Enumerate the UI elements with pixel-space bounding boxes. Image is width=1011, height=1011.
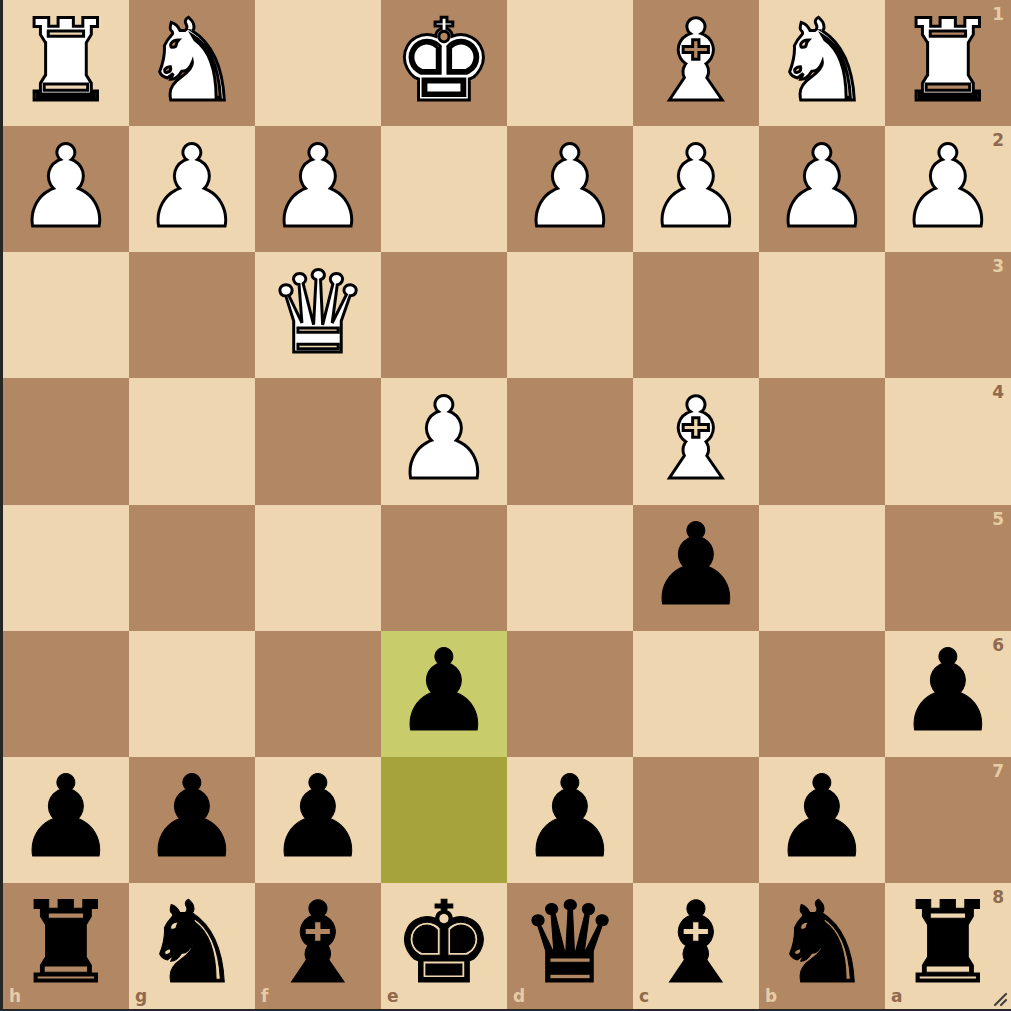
piece-black-pawn[interactable]: ♟ [393, 635, 494, 748]
rank-coordinate-4: 4 [992, 382, 1004, 402]
piece-white-knight[interactable]: ♞ [141, 5, 242, 118]
piece-white-pawn[interactable]: ♟ [15, 131, 116, 244]
piece-black-knight[interactable]: ♞ [771, 887, 872, 1000]
square-a3[interactable]: 3 [885, 252, 1011, 378]
piece-black-pawn[interactable]: ♟ [519, 761, 620, 874]
square-e3[interactable] [381, 252, 507, 378]
piece-white-pawn[interactable]: ♟ [645, 131, 746, 244]
square-a6[interactable]: ♟6 [885, 631, 1011, 757]
square-h7[interactable]: ♟ [3, 757, 129, 883]
square-c4[interactable]: ♝ [633, 378, 759, 504]
square-b1[interactable]: ♞ [759, 0, 885, 126]
piece-white-pawn[interactable]: ♟ [519, 131, 620, 244]
square-b2[interactable]: ♟ [759, 126, 885, 252]
square-d3[interactable] [507, 252, 633, 378]
square-e4[interactable]: ♟ [381, 378, 507, 504]
square-a1[interactable]: ♜1 [885, 0, 1011, 126]
square-h3[interactable] [3, 252, 129, 378]
square-c1[interactable]: ♝ [633, 0, 759, 126]
piece-white-bishop[interactable]: ♝ [645, 5, 746, 118]
square-f1[interactable] [255, 0, 381, 126]
square-h5[interactable] [3, 505, 129, 631]
square-f4[interactable] [255, 378, 381, 504]
piece-black-knight[interactable]: ♞ [141, 887, 242, 1000]
piece-white-pawn[interactable]: ♟ [393, 383, 494, 496]
square-a4[interactable]: 4 [885, 378, 1011, 504]
square-h1[interactable]: ♜ [3, 0, 129, 126]
square-a5[interactable]: 5 [885, 505, 1011, 631]
piece-black-rook[interactable]: ♜ [15, 887, 116, 1000]
square-c2[interactable]: ♟ [633, 126, 759, 252]
board-resize-handle-icon[interactable] [992, 991, 1008, 1007]
piece-black-bishop[interactable]: ♝ [645, 887, 746, 1000]
square-b8[interactable]: ♞b [759, 883, 885, 1009]
square-f2[interactable]: ♟ [255, 126, 381, 252]
piece-white-rook[interactable]: ♜ [897, 5, 998, 118]
square-e7[interactable] [381, 757, 507, 883]
piece-white-queen[interactable]: ♛ [267, 257, 368, 370]
square-d2[interactable]: ♟ [507, 126, 633, 252]
square-d1[interactable] [507, 0, 633, 126]
square-a7[interactable]: 7 [885, 757, 1011, 883]
piece-black-pawn[interactable]: ♟ [15, 761, 116, 874]
piece-black-pawn[interactable]: ♟ [771, 761, 872, 874]
piece-black-bishop[interactable]: ♝ [267, 887, 368, 1000]
square-f7[interactable]: ♟ [255, 757, 381, 883]
square-d8[interactable]: ♛d [507, 883, 633, 1009]
square-g7[interactable]: ♟ [129, 757, 255, 883]
piece-black-pawn[interactable]: ♟ [267, 761, 368, 874]
piece-black-rook[interactable]: ♜ [897, 887, 998, 1000]
square-a2[interactable]: ♟2 [885, 126, 1011, 252]
square-f5[interactable] [255, 505, 381, 631]
square-g3[interactable] [129, 252, 255, 378]
piece-white-rook[interactable]: ♜ [15, 5, 116, 118]
piece-black-queen[interactable]: ♛ [519, 887, 620, 1000]
square-e5[interactable] [381, 505, 507, 631]
piece-white-pawn[interactable]: ♟ [897, 131, 998, 244]
square-h4[interactable] [3, 378, 129, 504]
piece-white-pawn[interactable]: ♟ [141, 131, 242, 244]
square-b7[interactable]: ♟ [759, 757, 885, 883]
piece-black-pawn[interactable]: ♟ [897, 635, 998, 748]
square-c8[interactable]: ♝c [633, 883, 759, 1009]
rank-coordinate-7: 7 [992, 761, 1004, 781]
square-b5[interactable] [759, 505, 885, 631]
rank-coordinate-3: 3 [992, 256, 1004, 276]
piece-white-pawn[interactable]: ♟ [771, 131, 872, 244]
square-e8[interactable]: ♚e [381, 883, 507, 1009]
square-f8[interactable]: ♝f [255, 883, 381, 1009]
square-e1[interactable]: ♚ [381, 0, 507, 126]
piece-white-king[interactable]: ♚ [393, 5, 494, 118]
square-b6[interactable] [759, 631, 885, 757]
square-d6[interactable] [507, 631, 633, 757]
square-f6[interactable] [255, 631, 381, 757]
rank-coordinate-5: 5 [992, 509, 1004, 529]
piece-white-bishop[interactable]: ♝ [645, 383, 746, 496]
square-h6[interactable] [3, 631, 129, 757]
square-d5[interactable] [507, 505, 633, 631]
square-g1[interactable]: ♞ [129, 0, 255, 126]
square-e2[interactable] [381, 126, 507, 252]
piece-white-knight[interactable]: ♞ [771, 5, 872, 118]
square-g6[interactable] [129, 631, 255, 757]
square-e6[interactable]: ♟ [381, 631, 507, 757]
square-d7[interactable]: ♟ [507, 757, 633, 883]
square-h2[interactable]: ♟ [3, 126, 129, 252]
square-d4[interactable] [507, 378, 633, 504]
piece-black-king[interactable]: ♚ [393, 887, 494, 1000]
square-g2[interactable]: ♟ [129, 126, 255, 252]
chess-board: ♜♞♚♝♞♜1♟♟♟♟♟♟♟2♛3♟♝4♟5♟♟6♟♟♟♟♟7♜h♞g♝f♚e♛… [3, 0, 1011, 1009]
square-h8[interactable]: ♜h [3, 883, 129, 1009]
piece-black-pawn[interactable]: ♟ [141, 761, 242, 874]
square-g4[interactable] [129, 378, 255, 504]
square-g8[interactable]: ♞g [129, 883, 255, 1009]
square-f3[interactable]: ♛ [255, 252, 381, 378]
square-c5[interactable]: ♟ [633, 505, 759, 631]
square-b3[interactable] [759, 252, 885, 378]
piece-white-pawn[interactable]: ♟ [267, 131, 368, 244]
square-c6[interactable] [633, 631, 759, 757]
square-c3[interactable] [633, 252, 759, 378]
square-c7[interactable] [633, 757, 759, 883]
square-g5[interactable] [129, 505, 255, 631]
square-b4[interactable] [759, 378, 885, 504]
piece-black-pawn[interactable]: ♟ [645, 509, 746, 622]
